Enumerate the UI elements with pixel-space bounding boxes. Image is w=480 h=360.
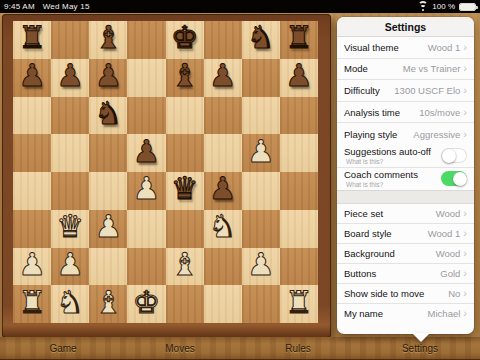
square-e3[interactable] — [166, 210, 204, 248]
square-g3[interactable] — [242, 210, 280, 248]
square-b5[interactable] — [51, 134, 89, 172]
row-value: Michael — [428, 308, 461, 319]
chevron-right-icon: › — [463, 228, 467, 239]
settings-row-piece-set[interactable]: Piece setWood› — [337, 204, 474, 224]
chevron-right-icon: › — [463, 129, 467, 140]
battery-icon — [459, 3, 476, 11]
row-value: Wood 1 — [428, 42, 461, 53]
settings-row-background[interactable]: BackgroundWood› — [337, 244, 474, 264]
settings-row-coach-comments: Coach commentsWhat is this? — [337, 168, 474, 191]
square-g1[interactable] — [242, 285, 280, 323]
chess-board[interactable]: ♜♝♚♞♜♟♟♟♝♟♟♞♟♟♟♛♟♛♟♞♟♟♝♟♜♞♝♚♜ — [13, 21, 318, 323]
square-c1[interactable]: ♝ — [89, 285, 127, 323]
settings-row-board-style[interactable]: Board styleWood 1› — [337, 224, 474, 244]
black-pawn[interactable]: ♟ — [94, 60, 122, 91]
settings-row-visual-theme[interactable]: Visual themeWood 1› — [337, 37, 474, 59]
toggle-knob — [442, 149, 456, 163]
row-label: Visual theme — [344, 42, 399, 53]
square-a5[interactable] — [13, 134, 51, 172]
square-f1[interactable] — [204, 285, 242, 323]
square-d3[interactable] — [127, 210, 165, 248]
chevron-right-icon: › — [463, 268, 467, 279]
white-queen[interactable]: ♛ — [56, 211, 84, 242]
square-e2[interactable]: ♝ — [166, 248, 204, 286]
square-d6[interactable] — [127, 97, 165, 135]
square-h8[interactable]: ♜ — [280, 21, 318, 59]
row-label: Show side to move — [344, 288, 424, 299]
white-pawn[interactable]: ♟ — [247, 249, 275, 280]
row-value: Wood — [436, 208, 461, 219]
square-e1[interactable] — [166, 285, 204, 323]
square-e4[interactable]: ♛ — [166, 172, 204, 210]
square-f4[interactable]: ♟ — [204, 172, 242, 210]
settings-row-mode[interactable]: ModeMe vs Trainer› — [337, 59, 474, 81]
white-pawn[interactable]: ♟ — [18, 249, 46, 280]
square-b3[interactable]: ♛ — [51, 210, 89, 248]
what-is-this-link[interactable]: What is this? — [346, 158, 431, 165]
square-g4[interactable] — [242, 172, 280, 210]
white-bishop[interactable]: ♝ — [171, 249, 199, 280]
square-h6[interactable] — [280, 97, 318, 135]
white-pawn[interactable]: ♟ — [94, 211, 122, 242]
black-knight[interactable]: ♞ — [247, 22, 275, 53]
square-e5[interactable] — [166, 134, 204, 172]
square-h5[interactable] — [280, 134, 318, 172]
black-king[interactable]: ♚ — [171, 22, 199, 53]
chevron-right-icon: › — [463, 288, 467, 299]
square-h4[interactable] — [280, 172, 318, 210]
square-e7[interactable]: ♝ — [166, 59, 204, 97]
settings-row-suggestions-auto-off: Suggestions auto-offWhat is this? — [337, 145, 474, 168]
settings-popover: Settings Visual themeWood 1›ModeMe vs Tr… — [337, 17, 474, 334]
white-pawn[interactable]: ♟ — [133, 173, 161, 204]
black-pawn[interactable]: ♟ — [56, 60, 84, 91]
white-knight[interactable]: ♞ — [209, 211, 237, 242]
square-a8[interactable]: ♜ — [13, 21, 51, 59]
chevron-right-icon: › — [463, 107, 467, 118]
square-g8[interactable]: ♞ — [242, 21, 280, 59]
square-f7[interactable]: ♟ — [204, 59, 242, 97]
row-label: Buttons — [344, 268, 376, 279]
row-value: Gold — [440, 268, 460, 279]
black-pawn[interactable]: ♟ — [18, 60, 46, 91]
chevron-right-icon: › — [463, 208, 467, 219]
white-bishop[interactable]: ♝ — [94, 287, 122, 318]
black-queen[interactable]: ♛ — [171, 173, 199, 204]
square-d7[interactable] — [127, 59, 165, 97]
status-date: Wed May 15 — [43, 2, 90, 11]
square-h3[interactable] — [280, 210, 318, 248]
row-label: Analysis time — [344, 107, 400, 118]
square-f5[interactable] — [204, 134, 242, 172]
toggle-knob — [453, 172, 467, 186]
square-d5[interactable]: ♟ — [127, 134, 165, 172]
section-separator — [337, 190, 474, 204]
chevron-right-icon: › — [463, 63, 467, 74]
square-c4[interactable] — [89, 172, 127, 210]
square-g5[interactable]: ♟ — [242, 134, 280, 172]
white-pawn[interactable]: ♟ — [247, 136, 275, 167]
black-bishop[interactable]: ♝ — [171, 60, 199, 91]
toggle-switch[interactable] — [441, 148, 467, 163]
status-bar: 9:45 AM Wed May 15 100 % — [0, 0, 480, 13]
square-b2[interactable]: ♟ — [51, 248, 89, 286]
square-c3[interactable]: ♟ — [89, 210, 127, 248]
square-d1[interactable]: ♚ — [127, 285, 165, 323]
settings-row-buttons[interactable]: ButtonsGold› — [337, 264, 474, 284]
white-knight[interactable]: ♞ — [56, 287, 84, 318]
tab-rules[interactable]: Rules — [285, 343, 311, 354]
row-value: 10s/move — [419, 107, 460, 118]
row-value: Me vs Trainer — [403, 63, 461, 74]
row-label: Playing style — [344, 129, 397, 140]
chevron-right-icon: › — [463, 85, 467, 96]
square-b6[interactable] — [51, 97, 89, 135]
settings-row-show-side-to-move[interactable]: Show side to moveNo› — [337, 284, 474, 304]
chevron-right-icon: › — [463, 308, 467, 319]
chevron-right-icon: › — [463, 42, 467, 53]
square-h1[interactable]: ♜ — [280, 285, 318, 323]
black-rook[interactable]: ♜ — [285, 22, 313, 53]
black-pawn[interactable]: ♟ — [285, 60, 313, 91]
black-pawn[interactable]: ♟ — [209, 60, 237, 91]
square-h2[interactable] — [280, 248, 318, 286]
white-rook[interactable]: ♜ — [285, 287, 313, 318]
square-f8[interactable] — [204, 21, 242, 59]
row-label: Coach comments — [344, 170, 418, 180]
black-rook[interactable]: ♜ — [18, 22, 46, 53]
square-c2[interactable] — [89, 248, 127, 286]
chevron-right-icon: › — [463, 248, 467, 259]
black-pawn[interactable]: ♟ — [133, 136, 161, 167]
square-f2[interactable] — [204, 248, 242, 286]
square-a3[interactable] — [13, 210, 51, 248]
row-value: Aggressive — [413, 129, 460, 140]
row-label: Piece set — [344, 208, 383, 219]
wifi-icon — [418, 3, 428, 11]
row-value: Wood — [436, 248, 461, 259]
square-f3[interactable]: ♞ — [204, 210, 242, 248]
square-a1[interactable]: ♜ — [13, 285, 51, 323]
row-label: Board style — [344, 228, 392, 239]
square-a4[interactable] — [13, 172, 51, 210]
square-c5[interactable] — [89, 134, 127, 172]
black-bishop[interactable]: ♝ — [94, 22, 122, 53]
square-b8[interactable] — [51, 21, 89, 59]
row-label: My name — [344, 308, 383, 319]
tab-settings[interactable]: Settings — [402, 343, 438, 354]
square-g2[interactable]: ♟ — [242, 248, 280, 286]
square-b4[interactable] — [51, 172, 89, 210]
settings-title: Settings — [337, 17, 474, 37]
tab-game[interactable]: Game — [49, 343, 76, 354]
square-a7[interactable]: ♟ — [13, 59, 51, 97]
popover-arrow — [412, 333, 430, 342]
row-value: No — [448, 288, 460, 299]
settings-row-difficulty[interactable]: Difficulty1300 USCF Elo› — [337, 80, 474, 102]
tab-moves[interactable]: Moves — [165, 343, 194, 354]
row-label: Difficulty — [344, 85, 380, 96]
row-label: Suggestions auto-off — [344, 147, 431, 157]
battery-percent: 100 % — [432, 2, 455, 11]
settings-row-analysis-time[interactable]: Analysis time10s/move› — [337, 102, 474, 124]
square-e8[interactable]: ♚ — [166, 21, 204, 59]
square-b7[interactable]: ♟ — [51, 59, 89, 97]
square-d8[interactable] — [127, 21, 165, 59]
row-label: Background — [344, 248, 395, 259]
square-e6[interactable] — [166, 97, 204, 135]
square-d4[interactable]: ♟ — [127, 172, 165, 210]
square-f6[interactable] — [204, 97, 242, 135]
status-time: 9:45 AM — [4, 2, 35, 11]
square-c6[interactable]: ♞ — [89, 97, 127, 135]
square-c7[interactable]: ♟ — [89, 59, 127, 97]
black-pawn[interactable]: ♟ — [209, 173, 237, 204]
what-is-this-link[interactable]: What is this? — [346, 181, 418, 188]
row-value: 1300 USCF Elo — [394, 85, 460, 96]
square-g7[interactable] — [242, 59, 280, 97]
square-a2[interactable]: ♟ — [13, 248, 51, 286]
square-d2[interactable] — [127, 248, 165, 286]
tab-bar: GameMovesRulesSettings — [0, 337, 480, 360]
settings-row-my-name[interactable]: My nameMichael› — [337, 304, 474, 324]
settings-row-playing-style[interactable]: Playing styleAggressive› — [337, 123, 474, 145]
square-h7[interactable]: ♟ — [280, 59, 318, 97]
toggle-switch[interactable] — [441, 171, 467, 186]
white-king[interactable]: ♚ — [133, 287, 161, 318]
square-a6[interactable] — [13, 97, 51, 135]
chess-board-frame: ♜♝♚♞♜♟♟♟♝♟♟♞♟♟♟♛♟♛♟♞♟♟♝♟♜♞♝♚♜ — [2, 14, 331, 338]
row-label: Mode — [344, 63, 368, 74]
white-pawn[interactable]: ♟ — [56, 249, 84, 280]
white-rook[interactable]: ♜ — [18, 287, 46, 318]
square-c8[interactable]: ♝ — [89, 21, 127, 59]
black-knight[interactable]: ♞ — [94, 98, 122, 129]
square-g6[interactable] — [242, 97, 280, 135]
square-b1[interactable]: ♞ — [51, 285, 89, 323]
row-value: Wood 1 — [428, 228, 461, 239]
